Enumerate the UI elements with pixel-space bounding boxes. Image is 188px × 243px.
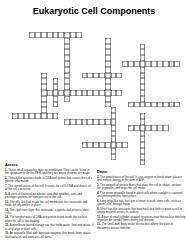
- grid-cell-r22c22[interactable]: [140, 160, 146, 166]
- clue-down-8: 8. Short hair-like structures that beat …: [97, 207, 186, 214]
- clue-across-16: 16. An organelle filled with digestive e…: [5, 232, 94, 239]
- clue-number: 8: [53, 78, 54, 80]
- clue-number-label: 3.: [97, 183, 100, 186]
- clue-number-label: 15.: [5, 224, 10, 227]
- clue-number: 16: [82, 142, 84, 144]
- grid-cell-r12c7[interactable]: [53, 102, 59, 108]
- grid-cell-r14c7[interactable]: [53, 113, 59, 119]
- clue-down-3: 3. The network of protein fibers that gi…: [97, 183, 186, 190]
- clue-number: 11: [111, 107, 113, 109]
- clue-across-14: 14. The tangled mass of DNA and protein …: [5, 216, 94, 223]
- clue-number-label: 9.: [5, 192, 8, 195]
- clue-down-4: 4. The green organelle found in plant ce…: [97, 191, 186, 198]
- grid-cell-r21c17[interactable]: [111, 154, 117, 160]
- page: { "title": "Eukaryotic Cell Components",…: [0, 0, 188, 243]
- clue-number-label: 12.: [5, 208, 10, 211]
- down-clue-list: 2. The powerhouse of the cell. It uses o…: [97, 175, 186, 229]
- clue-number: 7: [82, 73, 83, 75]
- clue-number: 4: [140, 44, 141, 46]
- across-header: Across: [5, 162, 94, 167]
- grid-cell-r12c28[interactable]: [174, 102, 180, 108]
- across-clues-column: Across 1. These small organelles have no…: [5, 162, 94, 243]
- grid-cell-r7c18[interactable]: [116, 73, 122, 79]
- clue-number: 6: [41, 73, 42, 75]
- page-title: Eukaryotic Cell Components: [0, 6, 188, 16]
- clue-number-label: 4.: [97, 191, 100, 194]
- clue-across-10: 10. The jelly-like fluid inside the cell…: [5, 200, 94, 207]
- clue-number-label: 10.: [5, 200, 10, 203]
- down-header: Down: [97, 169, 186, 174]
- clue-number-label: 14.: [5, 216, 10, 219]
- grid-cell-r11c9[interactable]: [64, 96, 70, 102]
- clue-across-12: 12. The rigid outer layer that surrounds…: [5, 208, 94, 215]
- clue-number-label: 11.: [97, 215, 102, 218]
- grid-cell-r0c11[interactable]: [76, 32, 82, 38]
- grid-cell-r19c19[interactable]: [122, 142, 128, 148]
- crossword-grid: 12345678910111213141516: [12, 32, 180, 165]
- clue-down-6: 6. Long whip-like tails that spin or wav…: [97, 199, 186, 206]
- clue-number-label: 2.: [97, 175, 100, 178]
- clue-number: 14: [65, 119, 67, 121]
- clue-number: 10: [128, 102, 130, 104]
- clue-number: 13: [140, 113, 142, 115]
- grid-cell-r10c18[interactable]: [116, 90, 122, 96]
- clue-number: 15: [128, 125, 130, 127]
- clue-number: 5: [123, 61, 124, 63]
- clue-down-2: 2. The powerhouse of the cell. It uses o…: [97, 175, 186, 182]
- clue-number: 9: [41, 90, 42, 92]
- grid-cell-r16c26[interactable]: [163, 125, 169, 131]
- clue-number-label: 7.: [5, 184, 8, 187]
- clue-across-9: 9. A stack of flattened membrane sacs th…: [5, 192, 94, 199]
- clue-across-1: 1. These small organelles have no membra…: [5, 168, 94, 175]
- clue-number: 2: [65, 32, 66, 34]
- clue-number: 12: [12, 113, 14, 115]
- clue-number: 1: [30, 32, 31, 34]
- clue-number-label: 8.: [97, 207, 100, 210]
- clue-number-label: 5.: [5, 176, 8, 179]
- down-clues-column: Down 2. The powerhouse of the cell. It u…: [97, 169, 186, 243]
- clue-down-13: 13. The small dark body inside the nucle…: [97, 223, 186, 230]
- clue-number-label: 1.: [5, 168, 8, 171]
- grid-cell-r5c28[interactable]: [174, 61, 180, 67]
- clue-number-label: 16.: [5, 232, 10, 235]
- clue-number-label: 13.: [97, 223, 102, 226]
- clue-across-7: 7. The control center of the cell. It st…: [5, 184, 94, 191]
- clue-number-label: 6.: [97, 199, 100, 202]
- clue-across-15: 15. A membrane-bound storage sac that ho…: [5, 224, 94, 231]
- clue-across-5: 5. Thread-like structure made of DNA and…: [5, 176, 94, 183]
- across-clue-list: 1. These small organelles have no membra…: [5, 168, 94, 238]
- clue-number: 3: [105, 38, 106, 40]
- clue-down-11: 11. A pair of small cylinder-shaped stru…: [97, 215, 186, 222]
